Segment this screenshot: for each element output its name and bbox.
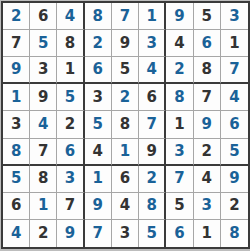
cell-r8c7[interactable]: 5 bbox=[166, 193, 193, 220]
cell-r7c9[interactable]: 9 bbox=[221, 166, 248, 193]
cell-r6c9[interactable]: 5 bbox=[221, 139, 248, 166]
cell-r5c6[interactable]: 7 bbox=[139, 111, 166, 138]
cell-r6c2[interactable]: 7 bbox=[30, 139, 57, 166]
cell-r2c4[interactable]: 2 bbox=[85, 30, 112, 57]
cell-r5c5[interactable]: 8 bbox=[112, 111, 139, 138]
cell-r2c6[interactable]: 3 bbox=[139, 30, 166, 57]
cell-r7c8[interactable]: 4 bbox=[194, 166, 221, 193]
cell-r2c3[interactable]: 8 bbox=[57, 30, 84, 57]
cell-r1c2[interactable]: 6 bbox=[30, 3, 57, 30]
cell-r4c3[interactable]: 5 bbox=[57, 84, 84, 111]
cell-r9c3[interactable]: 9 bbox=[57, 220, 84, 247]
cell-r4c6[interactable]: 6 bbox=[139, 84, 166, 111]
cell-r7c3[interactable]: 3 bbox=[57, 166, 84, 193]
cell-r2c5[interactable]: 9 bbox=[112, 30, 139, 57]
cell-r6c5[interactable]: 1 bbox=[112, 139, 139, 166]
cell-r3c5[interactable]: 5 bbox=[112, 57, 139, 84]
cell-r1c9[interactable]: 3 bbox=[221, 3, 248, 30]
cell-r5c7[interactable]: 1 bbox=[166, 111, 193, 138]
cell-r7c5[interactable]: 6 bbox=[112, 166, 139, 193]
cell-r5c3[interactable]: 2 bbox=[57, 111, 84, 138]
cell-r7c4[interactable]: 1 bbox=[85, 166, 112, 193]
cell-r4c5[interactable]: 2 bbox=[112, 84, 139, 111]
cell-r9c9[interactable]: 8 bbox=[221, 220, 248, 247]
cell-r6c8[interactable]: 2 bbox=[194, 139, 221, 166]
cell-r6c3[interactable]: 6 bbox=[57, 139, 84, 166]
cell-r4c7[interactable]: 8 bbox=[166, 84, 193, 111]
cell-r6c7[interactable]: 3 bbox=[166, 139, 193, 166]
cell-r4c8[interactable]: 7 bbox=[194, 84, 221, 111]
cell-r3c8[interactable]: 8 bbox=[194, 57, 221, 84]
cell-r9c5[interactable]: 3 bbox=[112, 220, 139, 247]
cell-r4c1[interactable]: 1 bbox=[3, 84, 30, 111]
cell-r9c8[interactable]: 1 bbox=[194, 220, 221, 247]
cell-r9c1[interactable]: 4 bbox=[3, 220, 30, 247]
cell-r9c2[interactable]: 2 bbox=[30, 220, 57, 247]
cell-r1c7[interactable]: 9 bbox=[166, 3, 193, 30]
cell-r1c4[interactable]: 8 bbox=[85, 3, 112, 30]
cell-r1c3[interactable]: 4 bbox=[57, 3, 84, 30]
cell-r9c4[interactable]: 7 bbox=[85, 220, 112, 247]
sudoku-board: 2648719537582934619316542871953268743425… bbox=[1, 1, 250, 249]
cell-r9c6[interactable]: 5 bbox=[139, 220, 166, 247]
cell-r5c2[interactable]: 4 bbox=[30, 111, 57, 138]
cell-r2c1[interactable]: 7 bbox=[3, 30, 30, 57]
cell-r3c3[interactable]: 1 bbox=[57, 57, 84, 84]
cell-r7c1[interactable]: 5 bbox=[3, 166, 30, 193]
cell-r4c4[interactable]: 3 bbox=[85, 84, 112, 111]
cell-r6c4[interactable]: 4 bbox=[85, 139, 112, 166]
cell-r7c7[interactable]: 7 bbox=[166, 166, 193, 193]
cell-r8c9[interactable]: 2 bbox=[221, 193, 248, 220]
cell-r2c8[interactable]: 6 bbox=[194, 30, 221, 57]
cell-r1c1[interactable]: 2 bbox=[3, 3, 30, 30]
cell-r3c4[interactable]: 6 bbox=[85, 57, 112, 84]
cell-r5c9[interactable]: 6 bbox=[221, 111, 248, 138]
cell-r8c5[interactable]: 4 bbox=[112, 193, 139, 220]
cell-r3c9[interactable]: 7 bbox=[221, 57, 248, 84]
cell-r1c6[interactable]: 1 bbox=[139, 3, 166, 30]
cell-r7c6[interactable]: 2 bbox=[139, 166, 166, 193]
cell-r4c2[interactable]: 9 bbox=[30, 84, 57, 111]
cell-r8c2[interactable]: 1 bbox=[30, 193, 57, 220]
cell-r3c2[interactable]: 3 bbox=[30, 57, 57, 84]
cell-r3c6[interactable]: 4 bbox=[139, 57, 166, 84]
cell-r8c8[interactable]: 3 bbox=[194, 193, 221, 220]
cell-r2c7[interactable]: 4 bbox=[166, 30, 193, 57]
cell-r8c1[interactable]: 6 bbox=[3, 193, 30, 220]
cell-r2c9[interactable]: 1 bbox=[221, 30, 248, 57]
cell-r1c8[interactable]: 5 bbox=[194, 3, 221, 30]
cell-r9c7[interactable]: 6 bbox=[166, 220, 193, 247]
cell-r8c3[interactable]: 7 bbox=[57, 193, 84, 220]
cell-r5c1[interactable]: 3 bbox=[3, 111, 30, 138]
cell-r6c1[interactable]: 8 bbox=[3, 139, 30, 166]
cell-r1c5[interactable]: 7 bbox=[112, 3, 139, 30]
page-background: 2648719537582934619316542871953268743425… bbox=[0, 0, 250, 251]
cell-r2c2[interactable]: 5 bbox=[30, 30, 57, 57]
cell-r8c6[interactable]: 8 bbox=[139, 193, 166, 220]
cell-r6c6[interactable]: 9 bbox=[139, 139, 166, 166]
cell-r7c2[interactable]: 8 bbox=[30, 166, 57, 193]
cell-r3c1[interactable]: 9 bbox=[3, 57, 30, 84]
cell-r3c7[interactable]: 2 bbox=[166, 57, 193, 84]
cell-r5c4[interactable]: 5 bbox=[85, 111, 112, 138]
cell-r8c4[interactable]: 9 bbox=[85, 193, 112, 220]
cell-r5c8[interactable]: 9 bbox=[194, 111, 221, 138]
cell-r4c9[interactable]: 4 bbox=[221, 84, 248, 111]
